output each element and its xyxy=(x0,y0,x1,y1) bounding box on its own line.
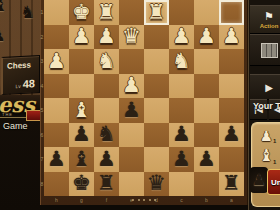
square-b6[interactable] xyxy=(194,123,219,148)
play-button[interactable]: ▶ xyxy=(250,74,280,100)
white-pawn: ♟ xyxy=(69,25,94,50)
black-pawn: ♟ xyxy=(119,98,144,123)
left-sidebar: ♝ ♞ ♟ Chess Lv48 ess THE Game xyxy=(0,0,40,210)
rank-label-2: 2 xyxy=(40,34,44,40)
square-g1[interactable]: ♚ xyxy=(69,0,94,25)
black-pawn: ♟ xyxy=(194,147,219,172)
logo-red-ribbon xyxy=(26,110,41,121)
white-pawn: ♟ xyxy=(194,25,219,50)
square-d2[interactable] xyxy=(144,25,169,50)
action-button-label: Action xyxy=(260,23,279,29)
square-e4[interactable]: ♟ xyxy=(119,74,144,99)
square-f2[interactable]: ♟ xyxy=(94,25,119,50)
engine-level: Lv48 xyxy=(15,77,35,90)
board-frame: ♚♜♜♟♟♛♟♟♟♟♞♞♟♝♟♟♞♟♟♟♝♟♟♟♚♜♛♜ 12345678 hg… xyxy=(40,0,248,205)
square-g6[interactable]: ♟ xyxy=(69,123,94,148)
black-pawn: ♟ xyxy=(169,123,194,148)
square-a3[interactable] xyxy=(219,49,244,74)
square-h7[interactable]: ♟ xyxy=(44,147,69,172)
square-a6[interactable]: ♟ xyxy=(219,123,244,148)
captured-bishop-count: 1 xyxy=(273,159,276,165)
right-sidebar: ⚑ Action ▶ |◀ ◀◀ Your Turn ♟ 1 ♝ 1 ♟ Und… xyxy=(248,0,280,210)
black-king: ♚ xyxy=(69,172,94,197)
square-h3[interactable]: ♟ xyxy=(44,49,69,74)
plaque-title: Chess xyxy=(3,56,39,71)
square-b7[interactable]: ♟ xyxy=(194,147,219,172)
captured-white-bishop-icon: ♝ xyxy=(259,148,273,164)
rank-label-4: 4 xyxy=(40,83,44,89)
square-h5[interactable] xyxy=(44,98,69,123)
square-e2[interactable]: ♛ xyxy=(119,25,144,50)
action-button[interactable]: ⚑ Action xyxy=(250,5,280,34)
square-g3[interactable] xyxy=(69,49,94,74)
square-d4[interactable] xyxy=(144,74,169,99)
square-a7[interactable] xyxy=(219,147,244,172)
engine-level-plaque: Chess Lv48 xyxy=(1,55,40,95)
square-f6[interactable]: ♞ xyxy=(94,123,119,148)
file-label-b: b xyxy=(194,197,219,203)
square-e5[interactable]: ♟ xyxy=(119,98,144,123)
file-label-c: c xyxy=(169,197,194,203)
square-b3[interactable] xyxy=(194,49,219,74)
square-d7[interactable] xyxy=(144,147,169,172)
square-f5[interactable] xyxy=(94,98,119,123)
square-g7[interactable]: ♝ xyxy=(69,147,94,172)
square-c2[interactable]: ♟ xyxy=(169,25,194,50)
square-b8[interactable] xyxy=(194,172,219,197)
square-h2[interactable] xyxy=(44,25,69,50)
square-e1[interactable] xyxy=(119,0,144,25)
square-c5[interactable] xyxy=(169,98,194,123)
square-d6[interactable] xyxy=(144,123,169,148)
captured-piece-clipped-icon: ♟ xyxy=(0,27,5,45)
menu-item-game[interactable]: Game xyxy=(3,121,28,131)
frame-dots xyxy=(132,199,156,201)
square-d3[interactable] xyxy=(144,49,169,74)
captured-white-pawn-icon: ♟ xyxy=(260,129,273,143)
white-pawn: ♟ xyxy=(119,74,144,99)
square-e8[interactable] xyxy=(119,172,144,197)
board-view-button[interactable] xyxy=(250,34,280,66)
chess-app-window: ♝ ♞ ♟ Chess Lv48 ess THE Game ♚♜♜♟♟♛♟♟♟♟… xyxy=(0,0,280,210)
black-pawn: ♟ xyxy=(169,147,194,172)
square-e7[interactable] xyxy=(119,147,144,172)
turn-indicator: Your Turn xyxy=(253,101,280,111)
square-g5[interactable]: ♝ xyxy=(69,98,94,123)
level-label: Lv xyxy=(15,83,20,89)
square-d5[interactable] xyxy=(144,98,169,123)
square-a8[interactable]: ♜ xyxy=(219,172,244,197)
white-pawn: ♟ xyxy=(44,49,69,74)
black-bishop: ♝ xyxy=(69,147,94,172)
square-a4[interactable] xyxy=(219,74,244,99)
white-bishop: ♝ xyxy=(69,98,94,123)
white-pawn: ♟ xyxy=(94,25,119,50)
square-g2[interactable]: ♟ xyxy=(69,25,94,50)
file-label-f: f xyxy=(94,197,119,203)
black-pawn-icon: ♟ xyxy=(252,172,266,188)
black-pawn: ♟ xyxy=(44,147,69,172)
rank-label-3: 3 xyxy=(40,58,44,64)
square-b5[interactable] xyxy=(194,98,219,123)
square-a2[interactable]: ♟ xyxy=(219,25,244,50)
black-rook: ♜ xyxy=(94,172,119,197)
square-f7[interactable]: ♟ xyxy=(94,147,119,172)
square-f3[interactable]: ♞ xyxy=(94,49,119,74)
square-f1[interactable]: ♜ xyxy=(94,0,119,25)
square-d8[interactable]: ♛ xyxy=(144,172,169,197)
square-h6[interactable] xyxy=(44,123,69,148)
rank-label-7: 7 xyxy=(40,156,44,162)
square-c6[interactable]: ♟ xyxy=(169,123,194,148)
white-knight: ♞ xyxy=(169,49,194,74)
square-c3[interactable]: ♞ xyxy=(169,49,194,74)
black-rook: ♜ xyxy=(219,172,244,197)
black-pawn: ♟ xyxy=(69,123,94,148)
white-rook: ♜ xyxy=(94,0,119,25)
white-knight: ♞ xyxy=(94,49,119,74)
grid-icon xyxy=(261,43,278,58)
square-a1[interactable] xyxy=(219,0,244,25)
square-h4[interactable] xyxy=(44,74,69,99)
rank-label-5: 5 xyxy=(40,107,44,113)
square-f8[interactable]: ♜ xyxy=(94,172,119,197)
white-queen: ♛ xyxy=(119,25,144,50)
file-label-a: a xyxy=(219,197,244,203)
square-b1[interactable] xyxy=(194,0,219,25)
square-c4[interactable] xyxy=(169,74,194,99)
square-h8[interactable] xyxy=(44,172,69,197)
white-pawn: ♟ xyxy=(219,25,244,50)
black-pawn: ♟ xyxy=(219,123,244,148)
white-rook: ♜ xyxy=(144,0,169,25)
square-g4[interactable] xyxy=(69,74,94,99)
square-e6[interactable] xyxy=(119,123,144,148)
captured-pieces-tray: ♟ 1 ♝ 1 ♟ Undo xyxy=(251,122,280,207)
captured-pawn-count: 1 xyxy=(273,138,276,144)
square-h1[interactable] xyxy=(44,0,69,25)
square-d1[interactable]: ♜ xyxy=(144,0,169,25)
square-e3[interactable] xyxy=(119,49,144,74)
undo-button[interactable]: Undo xyxy=(267,169,280,195)
white-king: ♚ xyxy=(69,0,94,25)
captured-knight-icon: ♞ xyxy=(20,2,35,22)
black-knight: ♞ xyxy=(94,123,119,148)
play-icon: ▶ xyxy=(265,82,273,93)
white-pawn: ♟ xyxy=(169,25,194,50)
square-b2[interactable]: ♟ xyxy=(194,25,219,50)
square-g8[interactable]: ♚ xyxy=(69,172,94,197)
square-b4[interactable] xyxy=(194,74,219,99)
square-c1[interactable] xyxy=(169,0,194,25)
flag-icon: ⚑ xyxy=(264,11,274,22)
level-value: 48 xyxy=(23,77,35,90)
square-c8[interactable] xyxy=(169,172,194,197)
rank-label-1: 1 xyxy=(40,9,44,15)
square-a5[interactable] xyxy=(219,98,244,123)
rank-label-6: 6 xyxy=(40,132,44,138)
file-label-h: h xyxy=(44,197,69,203)
square-c7[interactable]: ♟ xyxy=(169,147,194,172)
chess-board[interactable]: ♚♜♜♟♟♛♟♟♟♟♞♞♟♝♟♟♞♟♟♟♝♟♟♟♚♜♛♜ xyxy=(44,0,244,196)
undo-button-label: Undo xyxy=(271,178,280,187)
black-queen: ♛ xyxy=(144,172,169,197)
player-color-indicator: ♟ xyxy=(250,167,268,193)
captured-piece-clipped-icon: ♝ xyxy=(0,0,7,15)
file-label-g: g xyxy=(69,197,94,203)
rank-label-8: 8 xyxy=(40,181,44,187)
black-pawn: ♟ xyxy=(94,147,119,172)
square-f4[interactable] xyxy=(94,74,119,99)
